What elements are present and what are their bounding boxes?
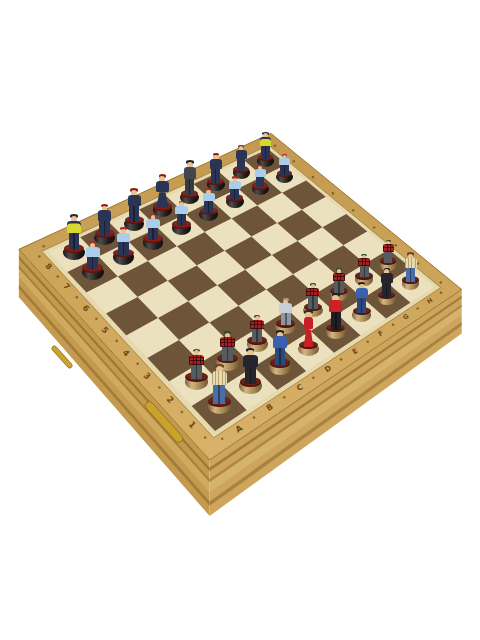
rim-pin-dot bbox=[392, 323, 395, 326]
rim-pin-dot bbox=[132, 203, 135, 206]
rim-pin-dot bbox=[187, 178, 190, 181]
rim-pin-dot bbox=[204, 436, 207, 439]
rim-pin-dot bbox=[312, 176, 315, 179]
rim-pin-dot bbox=[160, 190, 163, 193]
rim-pin-dot bbox=[181, 411, 184, 414]
rim-pin-dot bbox=[104, 216, 107, 219]
rim-pin-dot bbox=[136, 363, 139, 366]
rim-pin-dot bbox=[38, 255, 41, 258]
rim-pin-dot bbox=[340, 358, 343, 361]
chess-board bbox=[0, 0, 480, 640]
rim-pin-dot bbox=[332, 192, 335, 195]
rim-pin-dot bbox=[261, 143, 264, 146]
rim-pin-dot bbox=[115, 340, 118, 343]
rim-pin-dot bbox=[158, 386, 161, 389]
rim-pin-dot bbox=[274, 144, 277, 147]
rim-pin-dot bbox=[76, 296, 79, 299]
rim-pin-dot bbox=[213, 166, 216, 169]
rim-pin-dot bbox=[283, 396, 286, 399]
chess-set-product-photo: ABCDEFGH12345678 bbox=[0, 0, 480, 640]
rim-pin-dot bbox=[42, 245, 45, 248]
rim-pin-dot bbox=[417, 262, 420, 265]
rim-pin-dot bbox=[95, 318, 98, 321]
rim-pin-dot bbox=[293, 160, 296, 163]
rim-pin-dot bbox=[373, 226, 376, 229]
rim-pin-dot bbox=[237, 154, 240, 157]
rim-pin-dot bbox=[416, 307, 419, 310]
rim-pin-dot bbox=[253, 416, 256, 419]
rim-pin-dot bbox=[312, 377, 315, 380]
rim-pin-dot bbox=[221, 437, 224, 440]
rim-pin-dot bbox=[440, 281, 443, 284]
rim-pin-dot bbox=[440, 292, 443, 295]
rim-pin-dot bbox=[352, 209, 355, 212]
rim-pin-dot bbox=[395, 244, 398, 247]
rim-pin-dot bbox=[366, 340, 369, 343]
rim-pin-dot bbox=[74, 230, 77, 233]
rim-pin-dot bbox=[57, 275, 60, 278]
